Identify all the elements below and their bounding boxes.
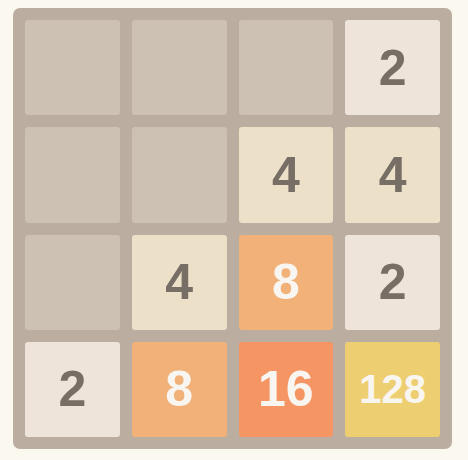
tile-16: 16 — [239, 342, 334, 437]
empty-cell — [25, 127, 120, 222]
empty-cell — [25, 235, 120, 330]
page-background: 2444822816128 — [0, 0, 468, 460]
tile-2: 2 — [345, 20, 440, 115]
game-board-2048[interactable]: 2444822816128 — [13, 8, 452, 449]
tile-4: 4 — [345, 127, 440, 222]
tile-4: 4 — [132, 235, 227, 330]
tile-8: 8 — [132, 342, 227, 437]
empty-cell — [25, 20, 120, 115]
tile-128: 128 — [345, 342, 440, 437]
tile-4: 4 — [239, 127, 334, 222]
empty-cell — [239, 20, 334, 115]
empty-cell — [132, 20, 227, 115]
tile-2: 2 — [25, 342, 120, 437]
empty-cell — [132, 127, 227, 222]
tile-2: 2 — [345, 235, 440, 330]
tile-8: 8 — [239, 235, 334, 330]
